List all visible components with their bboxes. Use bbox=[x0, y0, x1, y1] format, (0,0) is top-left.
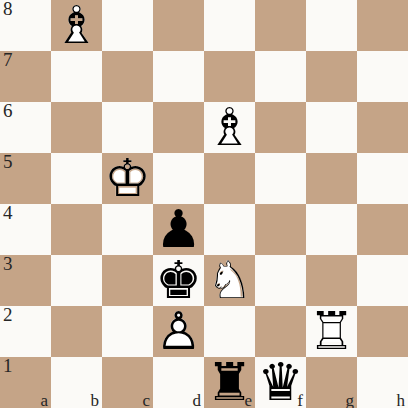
square-c3[interactable] bbox=[102, 255, 153, 306]
square-a6[interactable]: 6 bbox=[0, 102, 51, 153]
square-g6[interactable] bbox=[306, 102, 357, 153]
square-h8[interactable] bbox=[357, 0, 408, 51]
square-d4[interactable]: ♟ bbox=[153, 204, 204, 255]
square-c1[interactable]: c bbox=[102, 357, 153, 408]
square-e7[interactable] bbox=[204, 51, 255, 102]
square-d3[interactable]: ♚ bbox=[153, 255, 204, 306]
square-d7[interactable] bbox=[153, 51, 204, 102]
square-e3[interactable]: ♞♘ bbox=[204, 255, 255, 306]
square-a4[interactable]: 4 bbox=[0, 204, 51, 255]
square-f4[interactable] bbox=[255, 204, 306, 255]
square-h4[interactable] bbox=[357, 204, 408, 255]
square-a2[interactable]: 2 bbox=[0, 306, 51, 357]
square-b7[interactable] bbox=[51, 51, 102, 102]
square-a7[interactable]: 7 bbox=[0, 51, 51, 102]
white-rook-g2[interactable]: ♜♖ bbox=[306, 306, 357, 357]
white-knight-e3[interactable]: ♞♘ bbox=[204, 255, 255, 306]
square-h2[interactable] bbox=[357, 306, 408, 357]
square-b2[interactable] bbox=[51, 306, 102, 357]
rank-label-1: 1 bbox=[3, 356, 13, 376]
square-c2[interactable] bbox=[102, 306, 153, 357]
black-rook-e1[interactable]: ♜ bbox=[204, 357, 255, 408]
square-c4[interactable] bbox=[102, 204, 153, 255]
file-label-b: b bbox=[91, 392, 100, 408]
square-f7[interactable] bbox=[255, 51, 306, 102]
rank-label-7: 7 bbox=[3, 50, 13, 70]
square-g1[interactable]: g bbox=[306, 357, 357, 408]
square-g3[interactable] bbox=[306, 255, 357, 306]
black-king-d3[interactable]: ♚ bbox=[153, 255, 204, 306]
square-d2[interactable]: ♟♙ bbox=[153, 306, 204, 357]
square-f8[interactable] bbox=[255, 0, 306, 51]
square-f6[interactable] bbox=[255, 102, 306, 153]
rank-label-4: 4 bbox=[3, 203, 13, 223]
square-f5[interactable] bbox=[255, 153, 306, 204]
black-piece-glyph: ♜ bbox=[204, 357, 255, 408]
white-piece-glyph: ♚ bbox=[102, 153, 153, 204]
white-piece-outline-glyph: ♔ bbox=[102, 153, 153, 204]
square-g4[interactable] bbox=[306, 204, 357, 255]
file-label-a: a bbox=[40, 392, 48, 408]
square-a5[interactable]: 5 bbox=[0, 153, 51, 204]
square-c5[interactable]: ♚♔ bbox=[102, 153, 153, 204]
square-h7[interactable] bbox=[357, 51, 408, 102]
white-piece-outline-glyph: ♖ bbox=[306, 306, 357, 357]
square-f2[interactable] bbox=[255, 306, 306, 357]
square-h3[interactable] bbox=[357, 255, 408, 306]
square-g5[interactable] bbox=[306, 153, 357, 204]
square-b1[interactable]: b bbox=[51, 357, 102, 408]
square-b6[interactable] bbox=[51, 102, 102, 153]
square-b5[interactable] bbox=[51, 153, 102, 204]
square-a8[interactable]: 8 bbox=[0, 0, 51, 51]
chess-board: 8♝♗76♝♗5♚♔4♟3♚♞♘2♟♙♜♖1abcde♜f♛gh bbox=[0, 0, 408, 408]
square-e8[interactable] bbox=[204, 0, 255, 51]
black-queen-f1[interactable]: ♛ bbox=[255, 357, 306, 408]
white-piece-outline-glyph: ♗ bbox=[204, 102, 255, 153]
square-e1[interactable]: e♜ bbox=[204, 357, 255, 408]
square-g8[interactable] bbox=[306, 0, 357, 51]
square-e2[interactable] bbox=[204, 306, 255, 357]
square-d8[interactable] bbox=[153, 0, 204, 51]
white-piece-glyph: ♝ bbox=[51, 0, 102, 51]
white-piece-outline-glyph: ♗ bbox=[51, 0, 102, 51]
white-pawn-d2[interactable]: ♟♙ bbox=[153, 306, 204, 357]
square-d5[interactable] bbox=[153, 153, 204, 204]
file-label-d: d bbox=[193, 392, 202, 408]
file-label-h: h bbox=[397, 392, 406, 408]
white-bishop-e6[interactable]: ♝♗ bbox=[204, 102, 255, 153]
rank-label-6: 6 bbox=[3, 101, 13, 121]
rank-label-2: 2 bbox=[3, 305, 13, 325]
square-f1[interactable]: f♛ bbox=[255, 357, 306, 408]
white-piece-outline-glyph: ♙ bbox=[153, 306, 204, 357]
square-c6[interactable] bbox=[102, 102, 153, 153]
white-piece-outline-glyph: ♘ bbox=[204, 255, 255, 306]
white-piece-glyph: ♞ bbox=[204, 255, 255, 306]
square-e6[interactable]: ♝♗ bbox=[204, 102, 255, 153]
square-e4[interactable] bbox=[204, 204, 255, 255]
black-pawn-d4[interactable]: ♟ bbox=[153, 204, 204, 255]
file-label-g: g bbox=[346, 392, 355, 408]
black-piece-glyph: ♛ bbox=[255, 357, 306, 408]
square-b3[interactable] bbox=[51, 255, 102, 306]
white-king-c5[interactable]: ♚♔ bbox=[102, 153, 153, 204]
square-a3[interactable]: 3 bbox=[0, 255, 51, 306]
square-h6[interactable] bbox=[357, 102, 408, 153]
rank-label-8: 8 bbox=[3, 0, 13, 19]
file-label-c: c bbox=[142, 392, 150, 408]
square-d6[interactable] bbox=[153, 102, 204, 153]
square-h5[interactable] bbox=[357, 153, 408, 204]
white-piece-glyph: ♜ bbox=[306, 306, 357, 357]
square-h1[interactable]: h bbox=[357, 357, 408, 408]
square-d1[interactable]: d bbox=[153, 357, 204, 408]
square-g2[interactable]: ♜♖ bbox=[306, 306, 357, 357]
square-f3[interactable] bbox=[255, 255, 306, 306]
rank-label-3: 3 bbox=[3, 254, 13, 274]
white-piece-glyph: ♟ bbox=[153, 306, 204, 357]
square-e5[interactable] bbox=[204, 153, 255, 204]
white-piece-glyph: ♝ bbox=[204, 102, 255, 153]
square-a1[interactable]: 1a bbox=[0, 357, 51, 408]
square-g7[interactable] bbox=[306, 51, 357, 102]
square-c8[interactable] bbox=[102, 0, 153, 51]
square-b8[interactable]: ♝♗ bbox=[51, 0, 102, 51]
square-c7[interactable] bbox=[102, 51, 153, 102]
black-piece-glyph: ♟ bbox=[153, 204, 204, 255]
rank-label-5: 5 bbox=[3, 152, 13, 172]
square-b4[interactable] bbox=[51, 204, 102, 255]
white-bishop-b8[interactable]: ♝♗ bbox=[51, 0, 102, 51]
black-piece-glyph: ♚ bbox=[153, 255, 204, 306]
